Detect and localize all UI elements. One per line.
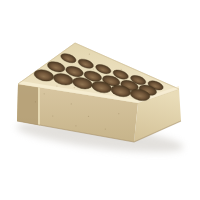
clay-speckle bbox=[74, 87, 75, 88]
clay-speckle bbox=[35, 101, 36, 102]
clay-speckle bbox=[88, 116, 89, 117]
clay-speckle bbox=[75, 125, 76, 126]
clay-speckle bbox=[44, 93, 45, 94]
clay-speckle bbox=[121, 69, 122, 70]
brick-left-arris-highlight bbox=[38, 87, 40, 126]
clay-speckle bbox=[129, 90, 130, 91]
clay-speckle bbox=[90, 83, 91, 84]
clay-speckle bbox=[89, 54, 90, 55]
clay-speckle bbox=[93, 69, 94, 70]
clay-speckle bbox=[56, 85, 57, 86]
clay-speckle bbox=[147, 89, 148, 90]
clay-speckle bbox=[71, 103, 72, 104]
clay-speckle bbox=[52, 115, 53, 116]
brick-scene-svg bbox=[0, 0, 200, 200]
brick-front-face-shaded-strip bbox=[17, 84, 38, 125]
clay-speckle bbox=[136, 80, 137, 81]
clay-speckle bbox=[57, 63, 58, 64]
clay-speckle bbox=[64, 74, 65, 75]
clay-speckle bbox=[103, 90, 104, 91]
clay-speckle bbox=[108, 81, 109, 82]
clay-speckle bbox=[140, 97, 141, 98]
clay-speckle bbox=[118, 113, 119, 114]
clay-speckle bbox=[105, 129, 106, 130]
brick-product-photo bbox=[0, 0, 200, 200]
